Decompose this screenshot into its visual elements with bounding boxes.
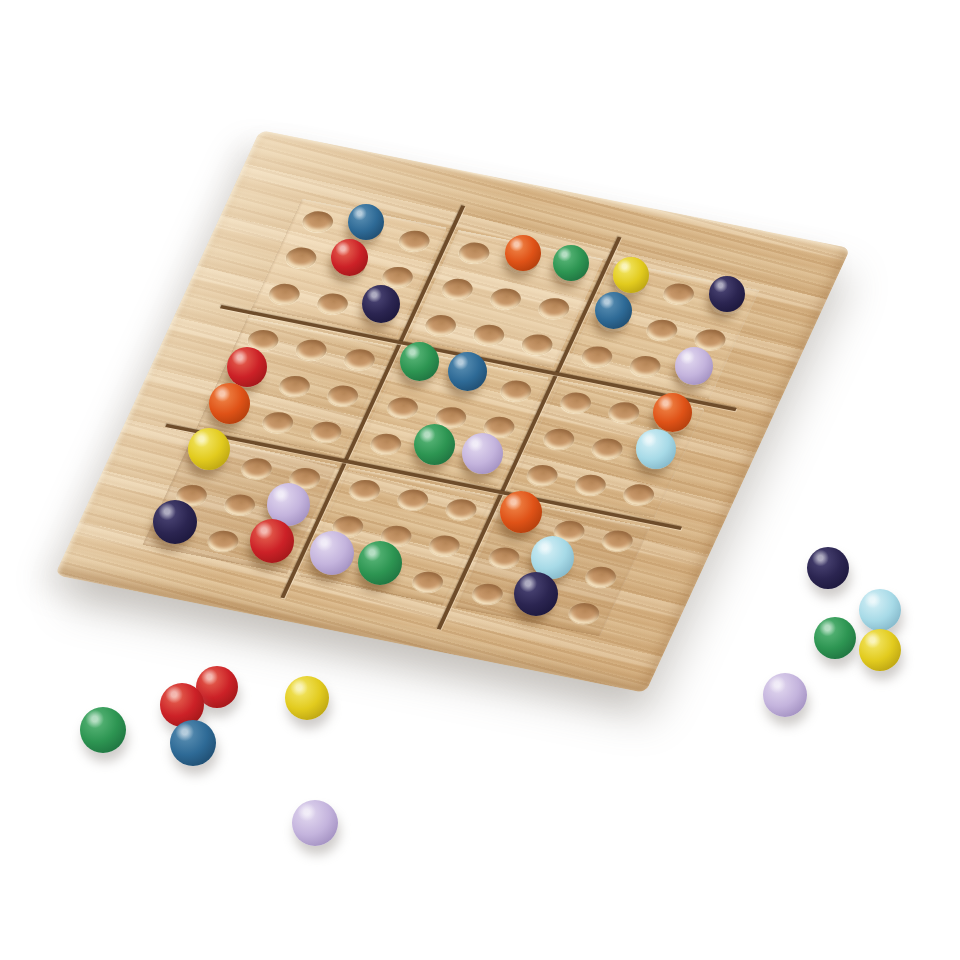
- loose-ball-blue[interactable]: [170, 720, 216, 766]
- dimple-hole-icon: [540, 426, 578, 452]
- dimple-hole-icon: [384, 395, 422, 421]
- dimple-hole-icon: [292, 337, 330, 363]
- dimple-hole-icon: [276, 373, 314, 399]
- board-ball-orange-r6c6[interactable]: [500, 491, 542, 533]
- board-ball-light-blue-r4c8[interactable]: [636, 429, 676, 469]
- dimple-hole-icon: [409, 569, 447, 595]
- dimple-hole-icon: [660, 281, 698, 307]
- board-ball-orange-r5c0[interactable]: [209, 383, 250, 424]
- dimple-hole-icon: [259, 410, 297, 436]
- dimple-hole-icon: [438, 276, 476, 302]
- dimple-hole-icon: [455, 240, 493, 266]
- dimple-hole-icon: [487, 286, 525, 312]
- loose-ball-yellow[interactable]: [859, 629, 901, 671]
- board-ball-lavender-r8c3[interactable]: [310, 531, 354, 575]
- dimple-hole-icon: [324, 383, 362, 409]
- board-ball-red-r8c2[interactable]: [250, 519, 294, 563]
- loose-ball-yellow[interactable]: [285, 676, 329, 720]
- dimple-hole-icon: [565, 601, 603, 627]
- loose-ball-lavender[interactable]: [763, 673, 807, 717]
- loose-ball-lavender[interactable]: [292, 800, 338, 846]
- board-ball-yellow-r0c6[interactable]: [613, 257, 649, 293]
- dimple-hole-icon: [582, 564, 620, 590]
- board-ball-navy-r0c8[interactable]: [709, 276, 745, 312]
- dimple-hole-icon: [497, 378, 535, 404]
- board-ball-green-r5c4[interactable]: [414, 424, 455, 465]
- loose-ball-navy[interactable]: [807, 547, 849, 589]
- dimple-hole-icon: [578, 344, 616, 370]
- dimple-hole-icon: [572, 472, 610, 498]
- product-photo-stage: [0, 0, 960, 960]
- dimple-hole-icon: [307, 419, 345, 445]
- board-ball-green-r8c4[interactable]: [358, 541, 402, 585]
- dimple-hole-icon: [518, 332, 556, 358]
- loose-ball-green[interactable]: [80, 707, 126, 753]
- dimple-hole-icon: [395, 228, 433, 254]
- dimple-hole-icon: [626, 354, 664, 380]
- board-ball-navy-r8c0[interactable]: [153, 500, 197, 544]
- dimple-hole-icon: [394, 487, 432, 513]
- dimple-hole-icon: [620, 482, 658, 508]
- dimple-hole-icon: [599, 528, 637, 554]
- dimple-hole-icon: [469, 581, 507, 607]
- dimple-hole-icon: [523, 463, 561, 489]
- dimple-hole-icon: [557, 390, 595, 416]
- dimple-hole-icon: [282, 245, 320, 271]
- dimple-hole-icon: [367, 431, 405, 457]
- board-ball-red-r4c0[interactable]: [227, 347, 267, 387]
- dimple-hole-icon: [470, 322, 508, 348]
- loose-ball-light-blue[interactable]: [859, 589, 901, 631]
- dimple-hole-icon: [204, 528, 242, 554]
- board-ball-blue-r0c1[interactable]: [348, 204, 384, 240]
- dimple-hole-icon: [346, 477, 384, 503]
- dimple-hole-icon: [221, 492, 259, 518]
- dimple-hole-icon: [588, 436, 626, 462]
- sudoku-board: [55, 130, 851, 693]
- dimple-hole-icon: [299, 209, 337, 235]
- dimple-hole-icon: [314, 291, 352, 317]
- board-ball-orange-r0c4[interactable]: [505, 235, 541, 271]
- dimple-hole-icon: [442, 497, 480, 523]
- dimple-hole-icon: [643, 317, 681, 343]
- board-ball-orange-r3c8[interactable]: [653, 393, 692, 432]
- dimple-hole-icon: [535, 296, 573, 322]
- board-ball-navy-r2c2[interactable]: [362, 285, 400, 323]
- loose-ball-green[interactable]: [814, 617, 856, 659]
- board-ball-lavender-r2c8[interactable]: [675, 347, 713, 385]
- board-ball-yellow-r6c0[interactable]: [188, 428, 230, 470]
- dimple-hole-icon: [341, 347, 379, 373]
- dimple-hole-icon: [425, 533, 463, 559]
- dimple-hole-icon: [238, 456, 276, 482]
- board-ball-green-r0c5[interactable]: [553, 245, 589, 281]
- dimple-hole-icon: [422, 313, 460, 339]
- dimple-hole-icon: [265, 281, 303, 307]
- board-ball-navy-r8c7[interactable]: [514, 572, 558, 616]
- dimple-hole-icon: [485, 545, 523, 571]
- dimple-hole-icon: [605, 400, 643, 426]
